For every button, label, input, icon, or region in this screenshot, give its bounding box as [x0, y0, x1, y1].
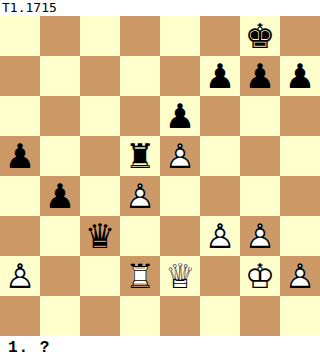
black-pawn-glyph: ♟: [200, 56, 240, 96]
piece-black-rook[interactable]: ♜: [120, 136, 160, 176]
square-g1[interactable]: [240, 296, 280, 336]
white-pawn-outline: ♙: [240, 216, 280, 256]
piece-white-king[interactable]: ♚♔: [240, 256, 280, 296]
piece-black-pawn[interactable]: ♟: [40, 176, 80, 216]
square-c7[interactable]: [80, 56, 120, 96]
square-a8[interactable]: [0, 16, 40, 56]
black-pawn-glyph: ♟: [280, 56, 320, 96]
square-g3[interactable]: ♟♙: [240, 216, 280, 256]
square-h1[interactable]: [280, 296, 320, 336]
square-e2[interactable]: ♛♕: [160, 256, 200, 296]
square-e4[interactable]: [160, 176, 200, 216]
white-pawn-outline: ♙: [200, 216, 240, 256]
square-b1[interactable]: [40, 296, 80, 336]
square-d8[interactable]: [120, 16, 160, 56]
square-a3[interactable]: [0, 216, 40, 256]
square-f4[interactable]: [200, 176, 240, 216]
square-h4[interactable]: [280, 176, 320, 216]
move-prompt: 1. ?: [0, 336, 320, 360]
square-e8[interactable]: [160, 16, 200, 56]
square-c6[interactable]: [80, 96, 120, 136]
square-f1[interactable]: [200, 296, 240, 336]
square-f3[interactable]: ♟♙: [200, 216, 240, 256]
black-pawn-glyph: ♟: [0, 136, 40, 176]
white-pawn-outline: ♙: [120, 176, 160, 216]
square-c4[interactable]: [80, 176, 120, 216]
piece-white-pawn[interactable]: ♟♙: [0, 256, 40, 296]
square-e3[interactable]: [160, 216, 200, 256]
square-a2[interactable]: ♟♙: [0, 256, 40, 296]
white-king-outline: ♔: [240, 256, 280, 296]
square-c1[interactable]: [80, 296, 120, 336]
square-f5[interactable]: [200, 136, 240, 176]
piece-white-queen[interactable]: ♛♕: [160, 256, 200, 296]
piece-black-queen[interactable]: ♛: [80, 216, 120, 256]
black-king-glyph: ♚: [240, 16, 280, 56]
square-e6[interactable]: ♟: [160, 96, 200, 136]
square-c2[interactable]: [80, 256, 120, 296]
piece-white-pawn[interactable]: ♟♙: [240, 216, 280, 256]
square-d7[interactable]: [120, 56, 160, 96]
square-d4[interactable]: ♟♙: [120, 176, 160, 216]
square-c8[interactable]: [80, 16, 120, 56]
black-pawn-glyph: ♟: [240, 56, 280, 96]
white-queen-outline: ♕: [160, 256, 200, 296]
white-pawn-outline: ♙: [160, 136, 200, 176]
white-rook-outline: ♖: [120, 256, 160, 296]
square-h3[interactable]: [280, 216, 320, 256]
square-h8[interactable]: [280, 16, 320, 56]
piece-black-pawn[interactable]: ♟: [160, 96, 200, 136]
square-b6[interactable]: [40, 96, 80, 136]
square-g4[interactable]: [240, 176, 280, 216]
square-d2[interactable]: ♜♖: [120, 256, 160, 296]
piece-white-rook[interactable]: ♜♖: [120, 256, 160, 296]
square-h7[interactable]: ♟: [280, 56, 320, 96]
white-pawn-outline: ♙: [280, 256, 320, 296]
black-pawn-glyph: ♟: [40, 176, 80, 216]
square-g8[interactable]: ♚: [240, 16, 280, 56]
square-g7[interactable]: ♟: [240, 56, 280, 96]
piece-white-pawn[interactable]: ♟♙: [160, 136, 200, 176]
black-rook-glyph: ♜: [120, 136, 160, 176]
square-a4[interactable]: [0, 176, 40, 216]
square-a7[interactable]: [0, 56, 40, 96]
square-d6[interactable]: [120, 96, 160, 136]
square-b3[interactable]: [40, 216, 80, 256]
square-d5[interactable]: ♜: [120, 136, 160, 176]
puzzle-id: T1.1715: [0, 0, 320, 16]
square-b8[interactable]: [40, 16, 80, 56]
square-d3[interactable]: [120, 216, 160, 256]
chess-board: ♚♟♟♟♟♟♜♟♙♟♟♙♛♟♙♟♙♟♙♜♖♛♕♚♔♟♙: [0, 16, 320, 336]
piece-white-pawn[interactable]: ♟♙: [120, 176, 160, 216]
square-f2[interactable]: [200, 256, 240, 296]
white-pawn-outline: ♙: [0, 256, 40, 296]
square-b4[interactable]: ♟: [40, 176, 80, 216]
square-g2[interactable]: ♚♔: [240, 256, 280, 296]
square-b5[interactable]: [40, 136, 80, 176]
piece-black-pawn[interactable]: ♟: [0, 136, 40, 176]
square-f8[interactable]: [200, 16, 240, 56]
square-e7[interactable]: [160, 56, 200, 96]
square-h2[interactable]: ♟♙: [280, 256, 320, 296]
square-h5[interactable]: [280, 136, 320, 176]
square-c3[interactable]: ♛: [80, 216, 120, 256]
square-a5[interactable]: ♟: [0, 136, 40, 176]
black-queen-glyph: ♛: [80, 216, 120, 256]
piece-black-pawn[interactable]: ♟: [280, 56, 320, 96]
square-g5[interactable]: [240, 136, 280, 176]
square-a6[interactable]: [0, 96, 40, 136]
square-f7[interactable]: ♟: [200, 56, 240, 96]
square-d1[interactable]: [120, 296, 160, 336]
square-h6[interactable]: [280, 96, 320, 136]
piece-black-pawn[interactable]: ♟: [240, 56, 280, 96]
piece-white-pawn[interactable]: ♟♙: [280, 256, 320, 296]
square-e1[interactable]: [160, 296, 200, 336]
piece-black-pawn[interactable]: ♟: [200, 56, 240, 96]
square-b7[interactable]: [40, 56, 80, 96]
piece-black-king[interactable]: ♚: [240, 16, 280, 56]
square-g6[interactable]: [240, 96, 280, 136]
square-a1[interactable]: [0, 296, 40, 336]
square-b2[interactable]: [40, 256, 80, 296]
square-c5[interactable]: [80, 136, 120, 176]
square-e5[interactable]: ♟♙: [160, 136, 200, 176]
piece-white-pawn[interactable]: ♟♙: [200, 216, 240, 256]
square-f6[interactable]: [200, 96, 240, 136]
black-pawn-glyph: ♟: [160, 96, 200, 136]
